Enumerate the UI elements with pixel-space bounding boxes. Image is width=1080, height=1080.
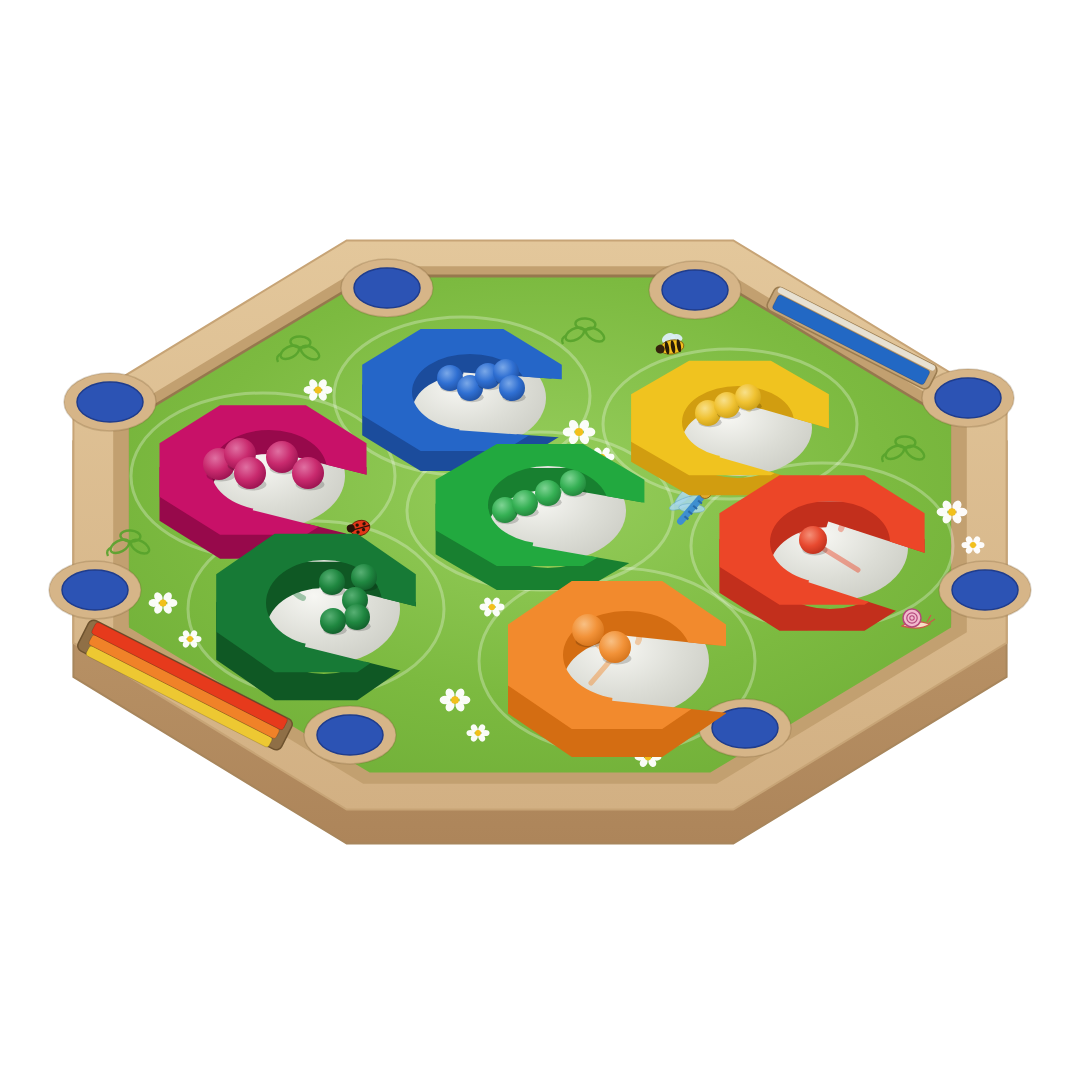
product-photo-stage xyxy=(0,0,1080,1080)
ball-dark-green[interactable] xyxy=(320,608,346,634)
pocket-yellow[interactable] xyxy=(631,361,829,496)
ball-blue[interactable] xyxy=(499,375,525,401)
corner-peg xyxy=(317,715,383,755)
ball-yellow[interactable] xyxy=(735,384,761,410)
ball-magenta[interactable] xyxy=(292,457,324,489)
ball-dark-green[interactable] xyxy=(344,604,370,630)
octagon-board xyxy=(0,0,1080,1080)
pocket-orange[interactable] xyxy=(508,581,726,757)
ball-dark-green[interactable] xyxy=(351,564,377,590)
ball-red[interactable] xyxy=(799,526,827,554)
ball-green[interactable] xyxy=(560,470,586,496)
ball-orange[interactable] xyxy=(572,614,604,646)
corner-peg xyxy=(952,570,1018,610)
corner-peg xyxy=(662,270,728,310)
ball-green[interactable] xyxy=(512,490,538,516)
corner-peg xyxy=(77,382,143,422)
corner-peg xyxy=(62,570,128,610)
pocket-dark-green[interactable] xyxy=(216,534,416,701)
ball-orange[interactable] xyxy=(599,631,631,663)
corner-peg xyxy=(935,378,1001,418)
ball-dark-green[interactable] xyxy=(319,569,345,595)
pocket-green[interactable] xyxy=(436,444,645,590)
ball-green[interactable] xyxy=(535,480,561,506)
corner-peg xyxy=(354,268,420,308)
ball-magenta[interactable] xyxy=(234,457,266,489)
